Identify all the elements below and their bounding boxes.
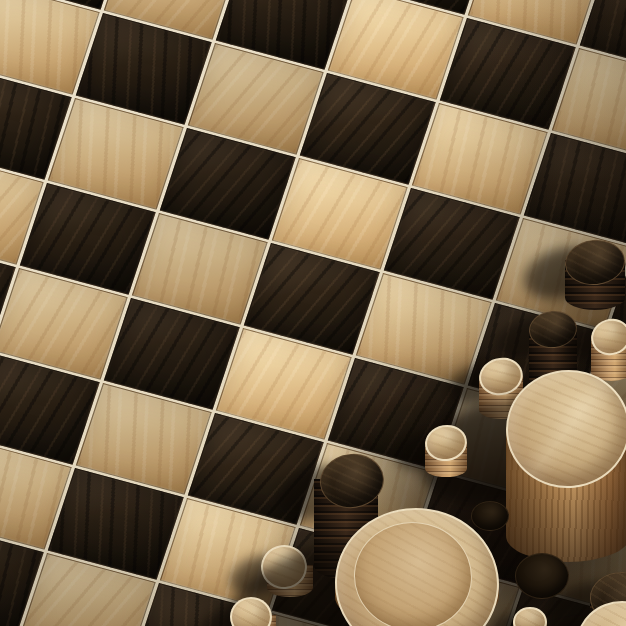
piece-top-face	[471, 501, 509, 531]
piece-top-face	[513, 607, 547, 626]
piece-top-face	[515, 553, 569, 599]
scene-wooden-checkers-overhead	[0, 0, 626, 626]
pieces-layer	[0, 0, 626, 626]
